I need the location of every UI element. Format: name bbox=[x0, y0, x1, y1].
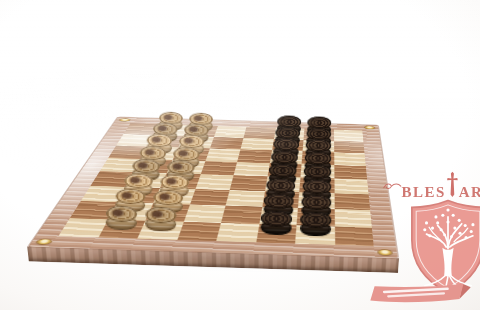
shield-olive-tree-icon bbox=[405, 197, 480, 297]
photo-canvas: { "game": "checkers (draughts) — wooden … bbox=[0, 0, 480, 310]
light-checker bbox=[145, 206, 177, 231]
ribbon-text-line bbox=[387, 292, 445, 297]
ribbon-banner-icon bbox=[366, 278, 471, 307]
brand-text-left: BLES bbox=[402, 185, 446, 201]
brand-wordmark: BLES ART bbox=[383, 157, 480, 201]
latin-cross-icon bbox=[447, 168, 458, 201]
checkers-board-scene bbox=[113, 117, 378, 275]
light-checker bbox=[106, 205, 138, 230]
ribbon-text-line bbox=[383, 287, 449, 293]
dark-checker bbox=[261, 210, 293, 235]
blesart-watermark: BLES ART bbox=[383, 157, 480, 201]
brand-text-right: ART bbox=[459, 185, 480, 201]
dark-checker bbox=[299, 211, 331, 236]
checkers-board bbox=[29, 117, 398, 258]
